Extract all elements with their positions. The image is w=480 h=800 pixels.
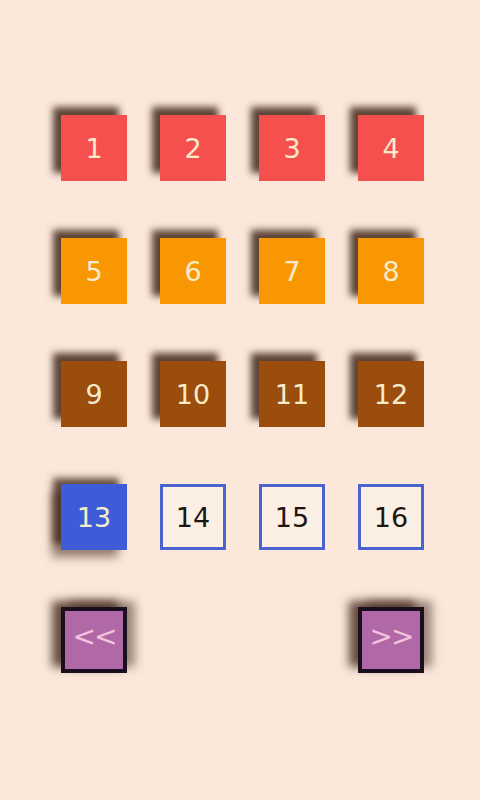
tile-label: 10 — [176, 381, 210, 408]
prev-page-button[interactable]: << — [61, 607, 127, 673]
tile-label: 5 — [85, 258, 102, 285]
tile-1[interactable]: 1 — [61, 115, 127, 181]
tile-9[interactable]: 9 — [61, 361, 127, 427]
tile-2[interactable]: 2 — [160, 115, 226, 181]
game-screen: 1 2 3 4 5 6 7 8 9 10 11 — [0, 0, 480, 800]
tile-12[interactable]: 12 — [358, 361, 424, 427]
tile-label: 12 — [374, 381, 408, 408]
tile-label: 13 — [77, 504, 111, 531]
tile-11[interactable]: 11 — [259, 361, 325, 427]
tile-14[interactable]: 14 — [160, 484, 226, 550]
tile-7[interactable]: 7 — [259, 238, 325, 304]
tile-3[interactable]: 3 — [259, 115, 325, 181]
tile-16[interactable]: 16 — [358, 484, 424, 550]
double-chevron-left-icon: << — [73, 623, 116, 651]
tile-15[interactable]: 15 — [259, 484, 325, 550]
double-chevron-right-icon: >> — [370, 623, 413, 651]
tile-label: 4 — [382, 135, 399, 162]
tile-label: 2 — [184, 135, 201, 162]
tile-board: 1 2 3 4 5 6 7 8 9 10 11 — [61, 115, 424, 673]
tile-label: 6 — [184, 258, 201, 285]
tile-6[interactable]: 6 — [160, 238, 226, 304]
tile-5[interactable]: 5 — [61, 238, 127, 304]
tile-label: 14 — [176, 504, 210, 531]
tile-13[interactable]: 13 — [61, 484, 127, 550]
tile-label: 7 — [283, 258, 300, 285]
tile-8[interactable]: 8 — [358, 238, 424, 304]
tile-10[interactable]: 10 — [160, 361, 226, 427]
tile-label: 9 — [85, 381, 102, 408]
tile-label: 8 — [382, 258, 399, 285]
tile-label: 3 — [283, 135, 300, 162]
tile-4[interactable]: 4 — [358, 115, 424, 181]
tile-label: 16 — [374, 504, 408, 531]
nav-row-spacer — [160, 607, 325, 673]
tile-label: 11 — [275, 381, 309, 408]
tile-label: 1 — [85, 135, 102, 162]
tile-label: 15 — [275, 504, 309, 531]
next-page-button[interactable]: >> — [358, 607, 424, 673]
